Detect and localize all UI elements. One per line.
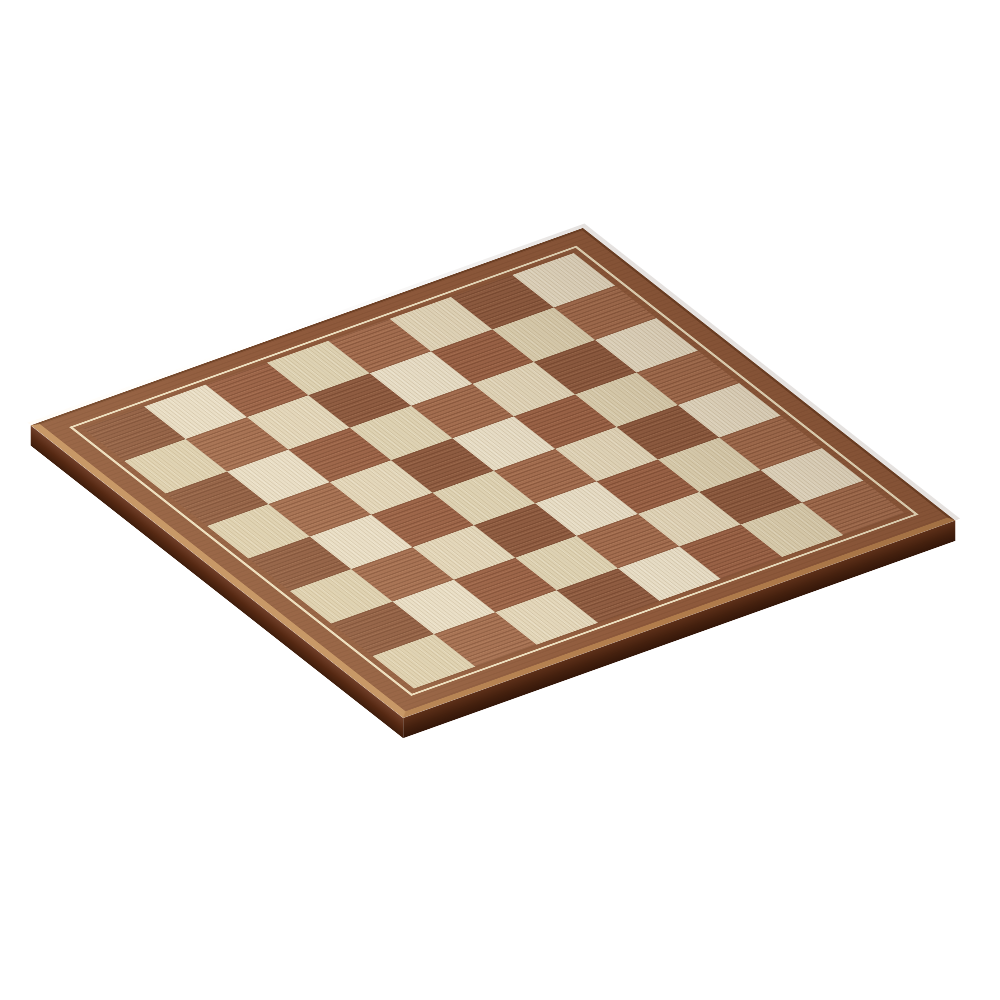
board-square <box>679 524 782 578</box>
chess-board <box>31 228 956 718</box>
board-square <box>638 492 741 546</box>
board-square <box>515 536 618 590</box>
board-square <box>268 482 371 536</box>
board-square <box>741 503 844 557</box>
board-square <box>290 569 393 623</box>
playing-field <box>83 253 905 689</box>
board-square <box>351 547 454 601</box>
board-square <box>373 634 476 688</box>
board-square <box>618 546 721 600</box>
board-square <box>802 481 905 535</box>
board-square <box>412 525 515 579</box>
board-square <box>248 537 351 591</box>
board-square <box>474 503 577 557</box>
board-square <box>310 515 413 569</box>
board-square <box>207 504 310 558</box>
board-square <box>371 493 474 547</box>
board-square <box>577 514 680 568</box>
board-square <box>331 602 434 656</box>
board-square <box>393 580 496 634</box>
board-square <box>495 590 598 644</box>
board-square <box>434 612 537 666</box>
board-square <box>699 470 802 524</box>
board-top-face <box>31 228 956 718</box>
product-photo-scene <box>0 0 1000 1000</box>
board-square <box>432 471 535 525</box>
board-square <box>454 558 557 612</box>
board-square <box>557 568 660 622</box>
board-square <box>166 472 269 526</box>
board-square <box>535 481 638 535</box>
